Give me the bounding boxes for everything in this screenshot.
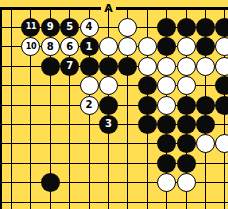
stone-white[interactable]: [118, 18, 137, 37]
move-number: 6: [66, 42, 73, 52]
stone-black[interactable]: [215, 76, 228, 95]
stone-white[interactable]: [157, 76, 176, 95]
stone-black[interactable]: [157, 134, 176, 153]
grid-hline: [0, 202, 228, 203]
stone-black[interactable]: [157, 18, 176, 37]
stone-white[interactable]: [196, 134, 215, 153]
stone-black[interactable]: [41, 173, 60, 192]
stone-black[interactable]: [157, 37, 176, 56]
stone-black[interactable]: [80, 57, 99, 76]
stone-black[interactable]: [99, 57, 118, 76]
stone-white[interactable]: [215, 134, 228, 153]
left-crop-line: [0, 7, 2, 209]
stone-white[interactable]: [177, 37, 196, 56]
stone-black[interactable]: [196, 18, 215, 37]
stone-white[interactable]: [99, 37, 118, 56]
stone-white[interactable]: [177, 173, 196, 192]
stone-white-6[interactable]: 6: [60, 37, 79, 56]
stone-black[interactable]: [118, 57, 137, 76]
move-number: 2: [86, 100, 93, 110]
stone-black-7[interactable]: 7: [60, 57, 79, 76]
move-number: 8: [47, 42, 54, 52]
stone-white-2[interactable]: 2: [80, 96, 99, 115]
stone-white[interactable]: [215, 57, 228, 76]
point-label-a[interactable]: A: [104, 2, 113, 13]
stone-white[interactable]: [177, 76, 196, 95]
stone-white[interactable]: [177, 57, 196, 76]
stone-white[interactable]: [80, 76, 99, 95]
grid-vline: [11, 8, 12, 209]
board-top-edge: [0, 7, 101, 10]
move-number: 5: [66, 22, 73, 32]
stone-black[interactable]: [41, 57, 60, 76]
stone-white[interactable]: [118, 37, 137, 56]
go-board[interactable]: A1195410861723: [0, 0, 228, 209]
stone-black-5[interactable]: 5: [60, 18, 79, 37]
stone-black-11[interactable]: 11: [21, 18, 40, 37]
move-number: 9: [47, 22, 54, 32]
stone-black[interactable]: [157, 115, 176, 134]
stone-black[interactable]: [99, 96, 118, 115]
stone-black[interactable]: [196, 37, 215, 56]
stone-black[interactable]: [177, 18, 196, 37]
move-number: 3: [105, 119, 112, 129]
stone-black[interactable]: [215, 96, 228, 115]
stone-black[interactable]: [138, 96, 157, 115]
stone-white[interactable]: [157, 173, 176, 192]
stone-black[interactable]: [177, 134, 196, 153]
stone-black[interactable]: [177, 115, 196, 134]
stone-black[interactable]: [157, 154, 176, 173]
stone-black[interactable]: [196, 96, 215, 115]
stone-white-10[interactable]: 10: [21, 37, 40, 56]
stone-black[interactable]: [177, 154, 196, 173]
board-top-edge: [116, 7, 228, 10]
stone-black[interactable]: [138, 76, 157, 95]
move-number: 1: [86, 42, 93, 52]
stone-black-1[interactable]: 1: [80, 37, 99, 56]
stone-white[interactable]: [157, 57, 176, 76]
move-number: 4: [86, 22, 93, 32]
stone-white[interactable]: [138, 57, 157, 76]
stone-white[interactable]: [215, 37, 228, 56]
stone-white[interactable]: [196, 57, 215, 76]
stone-black[interactable]: [196, 115, 215, 134]
move-number: 7: [66, 61, 73, 71]
move-number: 11: [26, 23, 36, 31]
stone-black[interactable]: [215, 18, 228, 37]
stone-white[interactable]: [157, 96, 176, 115]
stone-black-9[interactable]: 9: [41, 18, 60, 37]
stone-white-4[interactable]: 4: [80, 18, 99, 37]
stone-black[interactable]: [138, 115, 157, 134]
stone-white-8[interactable]: 8: [41, 37, 60, 56]
stone-white[interactable]: [99, 76, 118, 95]
stone-black-3[interactable]: 3: [99, 115, 118, 134]
stone-black[interactable]: [177, 96, 196, 115]
move-number: 10: [26, 43, 36, 51]
stone-white[interactable]: [138, 37, 157, 56]
